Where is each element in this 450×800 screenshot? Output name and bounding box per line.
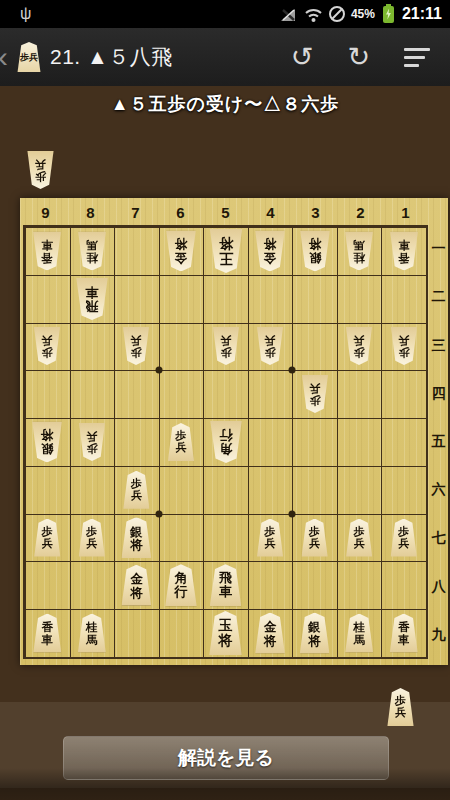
file-label: 2 [338, 198, 383, 223]
shogi-piece-gote: 桂馬 [344, 231, 375, 270]
file-label: 1 [383, 198, 428, 223]
shogi-piece-sente: 銀将 [120, 517, 153, 558]
shogi-piece-gote: 角行 [208, 421, 243, 463]
shogi-piece-gote: 金将 [254, 230, 287, 271]
no-signal-icon [279, 7, 298, 22]
shogi-piece-sente: 歩兵 [389, 519, 418, 557]
shogi-piece-gote: 香車 [388, 231, 419, 270]
redo-icon[interactable]: ↻ [347, 44, 370, 71]
shogi-piece-sente: 銀将 [298, 613, 331, 654]
board-file-labels: 987654321 [23, 198, 428, 223]
shogi-piece-sente: 歩兵 [33, 519, 62, 557]
rank-label: 四 [429, 370, 448, 418]
rank-label: 一 [429, 225, 448, 273]
file-label: 3 [293, 198, 338, 223]
file-label: 9 [23, 198, 68, 223]
status-bar: ψ 45% 21:11 [0, 0, 450, 28]
star-point [289, 510, 296, 517]
shogi-piece-sente: 歩兵 [256, 519, 285, 557]
battery-charging-icon [383, 6, 394, 23]
rank-label: 八 [429, 563, 448, 611]
file-label: 6 [158, 198, 203, 223]
rank-label: 九 [429, 611, 448, 659]
usb-icon: ψ [0, 5, 31, 23]
shogi-piece-sente: 金将 [254, 613, 287, 654]
shogi-piece-sente: 歩兵 [345, 519, 374, 557]
board-rank-labels: 一二三四五六七八九 [429, 225, 448, 659]
current-move-label: 21. ▲５八飛 [50, 43, 173, 71]
shogi-board[interactable]: 987654321 一二三四五六七八九 香車桂馬金将王将金将銀将桂馬香車飛車歩兵… [20, 198, 448, 665]
shogi-piece-sente: 角行 [163, 564, 198, 606]
shogi-piece-sente: 歩兵 [386, 688, 415, 726]
shogi-piece-gote: 桂馬 [76, 231, 107, 270]
shogi-piece-gote: 歩兵 [256, 327, 285, 365]
shogi-piece-gote: 王将 [208, 229, 244, 273]
shogi-piece-sente: 金将 [120, 565, 153, 606]
shogi-piece-sente: 歩兵 [122, 471, 151, 509]
file-label: 4 [248, 198, 293, 223]
shogi-piece-sente: 歩兵 [166, 423, 195, 461]
wifi-icon [304, 7, 323, 22]
rank-label: 六 [429, 466, 448, 514]
star-point [155, 510, 162, 517]
shogi-piece-gote: 歩兵 [345, 327, 374, 365]
shogi-piece-sente: 香車 [388, 614, 419, 653]
undo-icon[interactable]: ↺ [291, 44, 314, 71]
shogi-piece-sente: 桂馬 [76, 614, 107, 653]
back-chevron-icon[interactable]: ‹ [0, 44, 12, 70]
battery-percent: 45% [351, 7, 375, 21]
lesson-title: ▲５五歩の受け〜△８六歩 [0, 92, 450, 116]
move-list-menu-icon[interactable] [404, 48, 430, 67]
shogi-piece-sente: 歩兵 [77, 519, 106, 557]
app-logo-piece-icon: 歩兵 [16, 42, 42, 72]
rank-label: 二 [429, 273, 448, 321]
clock: 21:11 [402, 5, 442, 23]
shogi-piece-gote: 歩兵 [33, 327, 62, 365]
file-label: 8 [68, 198, 113, 223]
shogi-piece-gote: 銀将 [298, 230, 331, 271]
star-point [289, 367, 296, 374]
rank-label: 五 [429, 418, 448, 466]
shogi-piece-sente: 玉将 [208, 611, 244, 655]
shogi-piece-gote: 歩兵 [211, 327, 240, 365]
bottom-shade [0, 768, 450, 800]
shogi-piece-gote: 香車 [32, 231, 63, 270]
shogi-piece-gote: 歩兵 [122, 327, 151, 365]
sente-hand[interactable]: 歩兵 [386, 688, 415, 726]
shogi-piece-sente: 桂馬 [344, 614, 375, 653]
star-point [155, 367, 162, 374]
shogi-piece-sente: 飛車 [208, 564, 243, 606]
shogi-piece-gote: 歩兵 [389, 327, 418, 365]
shogi-piece-gote: 歩兵 [300, 375, 329, 413]
toolbar: ‹ 歩兵 21. ▲５八飛 ↺ ↻ [0, 28, 450, 86]
rank-label: 七 [429, 514, 448, 562]
shogi-piece-sente: 香車 [32, 614, 63, 653]
shogi-piece-sente: 歩兵 [300, 519, 329, 557]
gote-hand[interactable]: 歩兵 [26, 151, 55, 189]
file-label: 7 [113, 198, 158, 223]
app-screen: ψ 45% 21:11 ‹ 歩兵 21. ▲５八飛 ↺ ↻ [0, 0, 450, 800]
interruptions-off-icon [329, 6, 345, 22]
board-grid[interactable]: 香車桂馬金将王将金将銀将桂馬香車飛車歩兵歩兵歩兵歩兵歩兵歩兵歩兵銀将歩兵角行歩兵… [23, 225, 428, 659]
rank-label: 三 [429, 321, 448, 369]
file-label: 5 [203, 198, 248, 223]
shogi-piece-gote: 飛車 [74, 278, 109, 320]
shogi-piece-gote: 金将 [164, 230, 197, 271]
shogi-piece-gote: 歩兵 [26, 151, 55, 189]
shogi-piece-gote: 歩兵 [77, 423, 106, 461]
shogi-piece-gote: 銀将 [31, 422, 64, 463]
